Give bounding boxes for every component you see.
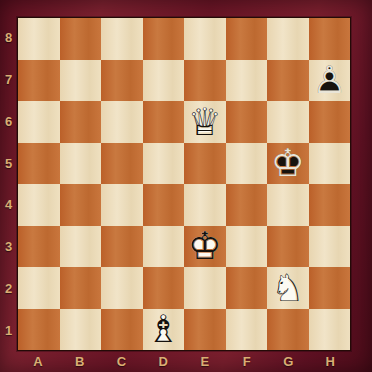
- square-a1[interactable]: [18, 309, 60, 351]
- rank-label-5: 5: [0, 142, 17, 184]
- black-king-fill-glyph: ♚: [267, 143, 309, 185]
- file-label-e: E: [184, 351, 226, 372]
- square-h4[interactable]: [309, 184, 351, 226]
- square-a2[interactable]: [18, 267, 60, 309]
- square-a3[interactable]: [18, 226, 60, 268]
- square-a7[interactable]: [18, 60, 60, 102]
- file-label-b: B: [59, 351, 101, 372]
- square-g2[interactable]: ♞♘: [267, 267, 309, 309]
- rank-label-3: 3: [0, 226, 17, 268]
- rank-label-2: 2: [0, 268, 17, 310]
- square-e1[interactable]: [184, 309, 226, 351]
- square-c8[interactable]: [101, 18, 143, 60]
- square-b5[interactable]: [60, 143, 102, 185]
- square-c4[interactable]: [101, 184, 143, 226]
- square-g6[interactable]: [267, 101, 309, 143]
- rank-label-4: 4: [0, 184, 17, 226]
- square-f2[interactable]: [226, 267, 268, 309]
- white-knight-fill-glyph: ♞: [267, 267, 309, 309]
- rank-label-7: 7: [0, 59, 17, 101]
- square-e2[interactable]: [184, 267, 226, 309]
- square-e5[interactable]: [184, 143, 226, 185]
- rank-label-1: 1: [0, 309, 17, 351]
- square-f7[interactable]: [226, 60, 268, 102]
- square-c6[interactable]: [101, 101, 143, 143]
- square-a4[interactable]: [18, 184, 60, 226]
- file-label-f: F: [226, 351, 268, 372]
- square-h2[interactable]: [309, 267, 351, 309]
- square-g3[interactable]: [267, 226, 309, 268]
- square-d3[interactable]: [143, 226, 185, 268]
- square-b8[interactable]: [60, 18, 102, 60]
- square-d7[interactable]: [143, 60, 185, 102]
- square-f6[interactable]: [226, 101, 268, 143]
- square-d8[interactable]: [143, 18, 185, 60]
- square-c2[interactable]: [101, 267, 143, 309]
- square-h8[interactable]: [309, 18, 351, 60]
- piece-white-king[interactable]: ♚♔: [184, 226, 226, 268]
- square-e4[interactable]: [184, 184, 226, 226]
- square-d2[interactable]: [143, 267, 185, 309]
- black-pawn-fill-glyph: ♟: [309, 60, 351, 102]
- square-b2[interactable]: [60, 267, 102, 309]
- square-f8[interactable]: [226, 18, 268, 60]
- square-f5[interactable]: [226, 143, 268, 185]
- square-h5[interactable]: [309, 143, 351, 185]
- square-c7[interactable]: [101, 60, 143, 102]
- rank-label-8: 8: [0, 17, 17, 59]
- file-label-a: A: [17, 351, 59, 372]
- square-b3[interactable]: [60, 226, 102, 268]
- square-d6[interactable]: [143, 101, 185, 143]
- square-b1[interactable]: [60, 309, 102, 351]
- white-bishop-fill-glyph: ♝: [143, 309, 185, 351]
- square-a6[interactable]: [18, 101, 60, 143]
- square-g7[interactable]: [267, 60, 309, 102]
- piece-white-knight[interactable]: ♞♘: [267, 267, 309, 309]
- file-label-c: C: [101, 351, 143, 372]
- white-king-fill-glyph: ♚: [184, 226, 226, 268]
- square-c3[interactable]: [101, 226, 143, 268]
- piece-white-queen[interactable]: ♛♕: [184, 101, 226, 143]
- square-d1[interactable]: ♝♗: [143, 309, 185, 351]
- white-queen-fill-glyph: ♛: [184, 101, 226, 143]
- square-d5[interactable]: [143, 143, 185, 185]
- file-label-h: H: [309, 351, 351, 372]
- square-b7[interactable]: [60, 60, 102, 102]
- piece-white-bishop[interactable]: ♝♗: [143, 309, 185, 351]
- square-g5[interactable]: ♚♔: [267, 143, 309, 185]
- black-pawn-outline-glyph: ♙: [309, 60, 351, 102]
- file-label-d: D: [142, 351, 184, 372]
- square-c1[interactable]: [101, 309, 143, 351]
- square-f4[interactable]: [226, 184, 268, 226]
- square-h1[interactable]: [309, 309, 351, 351]
- square-b4[interactable]: [60, 184, 102, 226]
- square-h7[interactable]: ♟♙: [309, 60, 351, 102]
- square-e6[interactable]: ♛♕: [184, 101, 226, 143]
- rank-label-6: 6: [0, 101, 17, 143]
- square-e7[interactable]: [184, 60, 226, 102]
- square-f1[interactable]: [226, 309, 268, 351]
- square-g1[interactable]: [267, 309, 309, 351]
- square-c5[interactable]: [101, 143, 143, 185]
- square-f3[interactable]: [226, 226, 268, 268]
- white-queen-outline-glyph: ♕: [184, 101, 226, 143]
- black-king-outline-glyph: ♔: [267, 143, 309, 185]
- square-g8[interactable]: [267, 18, 309, 60]
- chess-board-frame: ♟♙♛♕♚♔♚♔♞♘♝♗ 87654321 ABCDEFGH: [0, 0, 372, 372]
- white-knight-outline-glyph: ♘: [267, 267, 309, 309]
- square-e8[interactable]: [184, 18, 226, 60]
- file-label-g: G: [268, 351, 310, 372]
- square-g4[interactable]: [267, 184, 309, 226]
- square-a5[interactable]: [18, 143, 60, 185]
- square-d4[interactable]: [143, 184, 185, 226]
- piece-black-pawn[interactable]: ♟♙: [309, 60, 351, 102]
- square-e3[interactable]: ♚♔: [184, 226, 226, 268]
- square-h6[interactable]: [309, 101, 351, 143]
- square-b6[interactable]: [60, 101, 102, 143]
- white-bishop-outline-glyph: ♗: [143, 309, 185, 351]
- white-king-outline-glyph: ♔: [184, 226, 226, 268]
- chess-board: ♟♙♛♕♚♔♚♔♞♘♝♗: [17, 17, 351, 351]
- square-a8[interactable]: [18, 18, 60, 60]
- piece-black-king[interactable]: ♚♔: [267, 143, 309, 185]
- square-h3[interactable]: [309, 226, 351, 268]
